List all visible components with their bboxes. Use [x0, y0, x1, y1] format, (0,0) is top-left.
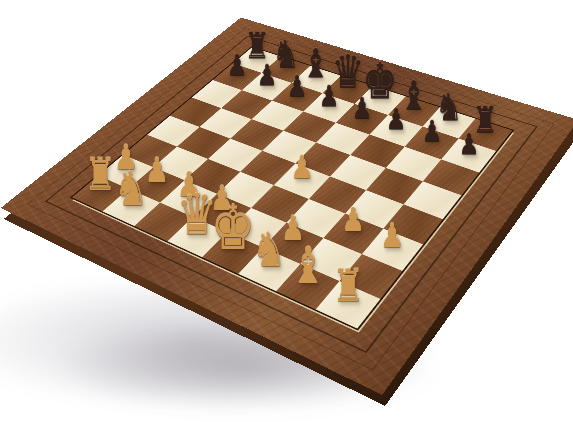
white-pawn-g3: ♟: [341, 204, 365, 237]
black-pawn-g7: ♟: [421, 117, 442, 146]
black-pawn-f7: ♟: [386, 105, 407, 134]
pieces-layer: ♜♞♟♝♟♛♟♚♟♝♟♞♟♜♟♟♟♟♟♜♟♞♟♟♛♟♟♚♞♝♜: [0, 0, 573, 422]
white-knight-b1: ♞: [114, 164, 148, 212]
black-pawn-c7: ♟: [287, 71, 308, 100]
chess-product-photo: ♜♞♟♝♟♛♟♚♟♝♟♞♟♜♟♟♟♟♟♜♟♞♟♟♛♟♟♚♞♝♜: [0, 0, 573, 422]
black-pawn-a7: ♟: [227, 51, 248, 80]
white-rook-a1: ♜: [84, 153, 116, 198]
black-pawn-b7: ♟: [256, 61, 277, 90]
white-rook-h1: ♜: [332, 264, 364, 309]
black-pawn-h7: ♟: [458, 129, 479, 158]
black-pawn-d7: ♟: [319, 82, 340, 111]
white-knight-f1: ♞: [252, 226, 286, 274]
white-king-e1: ♚: [210, 198, 254, 260]
white-pawn-h3: ♟: [381, 220, 405, 253]
black-pawn-e7: ♟: [351, 93, 372, 122]
white-bishop-g1: ♝: [290, 242, 326, 292]
white-pawn-e4: ♟: [290, 152, 313, 184]
